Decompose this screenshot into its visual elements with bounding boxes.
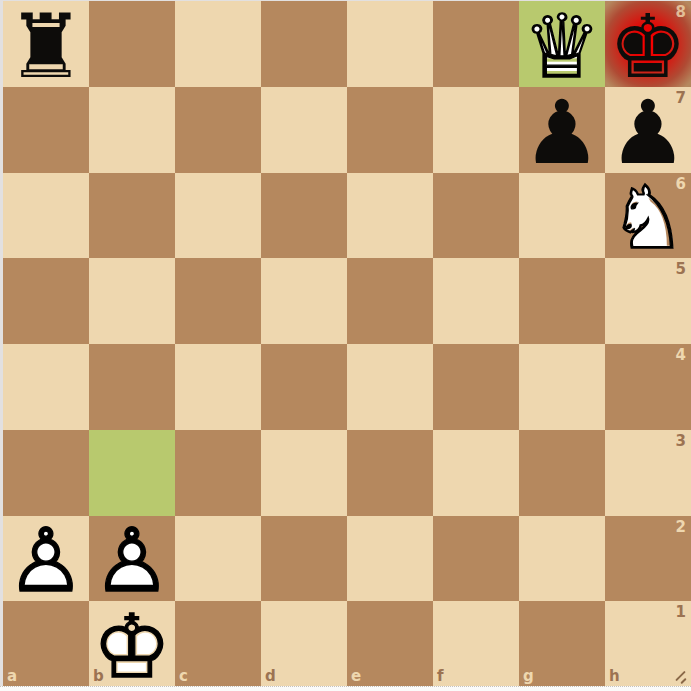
square-e3[interactable] [347, 430, 433, 516]
square-b6[interactable] [89, 173, 175, 259]
square-b1[interactable]: ♚♔b [89, 601, 175, 687]
square-g6[interactable] [519, 173, 605, 259]
square-a4[interactable] [3, 344, 89, 430]
square-a2[interactable]: ♟♙ [3, 516, 89, 602]
rank-label-1: 1 [676, 603, 686, 621]
piece-white-pawn[interactable]: ♟♙ [89, 516, 175, 602]
square-b4[interactable] [89, 344, 175, 430]
square-b5[interactable] [89, 258, 175, 344]
square-h4[interactable]: 4 [605, 344, 691, 430]
square-d7[interactable] [261, 87, 347, 173]
file-label-e: e [351, 667, 361, 685]
square-c4[interactable] [175, 344, 261, 430]
square-e8[interactable] [347, 1, 433, 87]
square-e1[interactable]: e [347, 601, 433, 687]
file-label-c: c [179, 667, 188, 685]
square-c3[interactable] [175, 430, 261, 516]
square-g5[interactable] [519, 258, 605, 344]
file-label-a: a [7, 667, 17, 685]
black-pawn-icon: ♟ [519, 87, 605, 173]
chess-board: ♜♛♕♚8♟♟7♞♘6543♟♙♟♙2a♚♔bcdefgh1 [3, 1, 691, 687]
square-b2[interactable]: ♟♙ [89, 516, 175, 602]
square-b3[interactable] [89, 430, 175, 516]
square-a5[interactable] [3, 258, 89, 344]
square-d8[interactable] [261, 1, 347, 87]
square-f1[interactable]: f [433, 601, 519, 687]
square-f8[interactable] [433, 1, 519, 87]
white-king-outline-icon: ♔ [89, 601, 175, 687]
square-g3[interactable] [519, 430, 605, 516]
piece-white-knight[interactable]: ♞♘ [605, 173, 691, 259]
square-g8[interactable]: ♛♕ [519, 1, 605, 87]
square-d2[interactable] [261, 516, 347, 602]
square-e6[interactable] [347, 173, 433, 259]
chess-app-screen: ♜♛♕♚8♟♟7♞♘6543♟♙♟♙2a♚♔bcdefgh1 [0, 0, 691, 691]
square-f2[interactable] [433, 516, 519, 602]
square-d6[interactable] [261, 173, 347, 259]
piece-white-queen[interactable]: ♛♕ [519, 1, 605, 87]
piece-black-king[interactable]: ♚ [605, 1, 691, 87]
piece-black-pawn[interactable]: ♟ [519, 87, 605, 173]
square-c2[interactable] [175, 516, 261, 602]
rank-label-5: 5 [676, 260, 686, 278]
square-h5[interactable]: 5 [605, 258, 691, 344]
square-c7[interactable] [175, 87, 261, 173]
square-c5[interactable] [175, 258, 261, 344]
rank-label-4: 4 [676, 346, 686, 364]
resize-handle[interactable] [673, 669, 688, 684]
square-c8[interactable] [175, 1, 261, 87]
square-a8[interactable]: ♜ [3, 1, 89, 87]
square-a3[interactable] [3, 430, 89, 516]
white-knight-outline-icon: ♘ [605, 173, 691, 259]
square-f4[interactable] [433, 344, 519, 430]
white-queen-outline-icon: ♕ [519, 1, 605, 87]
piece-white-king[interactable]: ♚♔ [89, 601, 175, 687]
square-f5[interactable] [433, 258, 519, 344]
square-c6[interactable] [175, 173, 261, 259]
square-e4[interactable] [347, 344, 433, 430]
square-g2[interactable] [519, 516, 605, 602]
file-label-g: g [523, 667, 534, 685]
square-a6[interactable] [3, 173, 89, 259]
rank-label-2: 2 [676, 518, 686, 536]
page-edge-strip [0, 686, 691, 691]
file-label-f: f [437, 667, 444, 685]
square-a1[interactable]: a [3, 601, 89, 687]
square-g1[interactable]: g [519, 601, 605, 687]
square-f3[interactable] [433, 430, 519, 516]
square-e2[interactable] [347, 516, 433, 602]
square-d1[interactable]: d [261, 601, 347, 687]
square-h1[interactable]: h1 [605, 601, 691, 687]
piece-white-pawn[interactable]: ♟♙ [3, 516, 89, 602]
square-c1[interactable]: c [175, 601, 261, 687]
black-king-icon: ♚ [605, 1, 691, 87]
square-g4[interactable] [519, 344, 605, 430]
square-f7[interactable] [433, 87, 519, 173]
square-h8[interactable]: ♚8 [605, 1, 691, 87]
piece-black-rook[interactable]: ♜ [3, 1, 89, 87]
square-h6[interactable]: ♞♘6 [605, 173, 691, 259]
black-rook-icon: ♜ [3, 1, 89, 87]
white-pawn-outline-icon: ♙ [89, 516, 175, 602]
rank-label-3: 3 [676, 432, 686, 450]
piece-black-pawn[interactable]: ♟ [605, 87, 691, 173]
square-g7[interactable]: ♟ [519, 87, 605, 173]
file-label-h: h [609, 667, 620, 685]
square-h7[interactable]: ♟7 [605, 87, 691, 173]
black-pawn-icon: ♟ [605, 87, 691, 173]
square-h2[interactable]: 2 [605, 516, 691, 602]
white-pawn-outline-icon: ♙ [3, 516, 89, 602]
square-e5[interactable] [347, 258, 433, 344]
square-e7[interactable] [347, 87, 433, 173]
square-b8[interactable] [89, 1, 175, 87]
square-f6[interactable] [433, 173, 519, 259]
file-label-d: d [265, 667, 276, 685]
square-b7[interactable] [89, 87, 175, 173]
square-d4[interactable] [261, 344, 347, 430]
square-a7[interactable] [3, 87, 89, 173]
square-d5[interactable] [261, 258, 347, 344]
square-d3[interactable] [261, 430, 347, 516]
square-h3[interactable]: 3 [605, 430, 691, 516]
